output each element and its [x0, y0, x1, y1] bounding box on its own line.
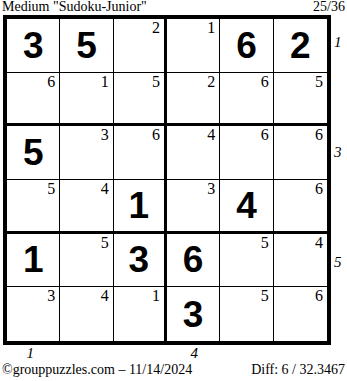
given-digit: 6 — [220, 19, 272, 72]
pencil-mark: 6 — [315, 180, 323, 198]
column-labels: 14 — [3, 345, 331, 362]
cell-r3c3[interactable]: 6 — [114, 126, 167, 180]
cell-r2c3[interactable]: 5 — [114, 73, 167, 127]
cell-r2c4[interactable]: 2 — [167, 73, 220, 127]
pencil-mark: 6 — [315, 126, 323, 144]
cell-r1c5[interactable]: 6 — [220, 19, 273, 73]
pencil-mark: 6 — [261, 73, 269, 91]
pencil-mark: 1 — [207, 19, 215, 37]
cell-r1c4[interactable]: 1 — [167, 19, 220, 73]
cell-r2c5[interactable]: 6 — [220, 73, 273, 127]
cell-r2c1[interactable]: 6 — [7, 73, 60, 127]
cell-r1c6[interactable]: 2 — [274, 19, 327, 73]
cell-r5c1[interactable]: 1 — [7, 234, 60, 288]
cell-r3c6[interactable]: 6 — [274, 126, 327, 180]
given-digit: 4 — [220, 180, 272, 231]
pencil-mark: 3 — [47, 287, 55, 305]
cell-r5c5[interactable]: 5 — [220, 234, 273, 288]
puzzle-page: Medium "Sudoku-Junior" 25/36 35216261526… — [0, 0, 347, 381]
cell-r3c5[interactable]: 6 — [220, 126, 273, 180]
cell-r5c4[interactable]: 6 — [167, 234, 220, 288]
given-digit: 1 — [114, 180, 164, 231]
cells-remaining-counter: 25/36 — [313, 0, 345, 14]
pencil-mark: 4 — [315, 234, 323, 252]
given-digit: 3 — [114, 234, 164, 287]
pencil-mark: 4 — [101, 287, 109, 305]
column-label-4: 4 — [167, 345, 222, 362]
cell-r6c2[interactable]: 4 — [60, 287, 113, 341]
cell-r6c1[interactable]: 3 — [7, 287, 60, 341]
cell-r4c3[interactable]: 1 — [114, 180, 167, 234]
cell-r4c2[interactable]: 4 — [60, 180, 113, 234]
cell-r4c1[interactable]: 5 — [7, 180, 60, 234]
pencil-mark: 5 — [261, 234, 269, 252]
pencil-mark: 1 — [152, 287, 160, 305]
cell-r1c2[interactable]: 5 — [60, 19, 113, 73]
cell-r6c6[interactable]: 6 — [274, 287, 327, 341]
cell-r4c6[interactable]: 6 — [274, 180, 327, 234]
cell-r3c2[interactable]: 3 — [60, 126, 113, 180]
cell-r1c1[interactable]: 3 — [7, 19, 60, 73]
pencil-mark: 6 — [47, 73, 55, 91]
pencil-mark: 6 — [152, 126, 160, 144]
cell-r4c4[interactable]: 3 — [167, 180, 220, 234]
pencil-mark: 6 — [315, 287, 323, 305]
cell-r3c1[interactable]: 5 — [7, 126, 60, 180]
cell-r2c2[interactable]: 1 — [60, 73, 113, 127]
row-label-1: 1 — [334, 15, 347, 70]
pencil-mark: 3 — [207, 180, 215, 198]
cell-r6c5[interactable]: 5 — [220, 287, 273, 341]
pencil-mark: 3 — [101, 126, 109, 144]
pencil-mark: 5 — [152, 73, 160, 91]
given-digit: 6 — [167, 234, 219, 287]
row-label-3: 3 — [334, 125, 347, 180]
pencil-mark: 5 — [315, 73, 323, 91]
cell-r6c3[interactable]: 1 — [114, 287, 167, 341]
copyright-date-text: ©grouppuzzles.com – 11/14/2024 — [2, 362, 192, 378]
pencil-mark: 2 — [152, 19, 160, 37]
given-digit: 2 — [274, 19, 327, 72]
cell-r1c3[interactable]: 2 — [114, 19, 167, 73]
footer: ©grouppuzzles.com – 11/14/2024 Diff: 6 /… — [2, 362, 345, 379]
given-digit: 3 — [7, 19, 59, 72]
puzzle-title: Medium "Sudoku-Junior" — [2, 0, 147, 14]
pencil-mark: 2 — [207, 73, 215, 91]
pencil-mark: 1 — [101, 73, 109, 91]
row-labels: 135 — [334, 15, 347, 345]
header: Medium "Sudoku-Junior" 25/36 — [2, 0, 345, 15]
pencil-mark: 4 — [101, 180, 109, 198]
row-label-5: 5 — [334, 235, 347, 290]
cell-r3c4[interactable]: 4 — [167, 126, 220, 180]
sudoku-board: 352162615265536466541346153654341356 — [3, 15, 331, 345]
cell-r5c2[interactable]: 5 — [60, 234, 113, 288]
pencil-mark: 6 — [261, 126, 269, 144]
pencil-mark: 5 — [261, 287, 269, 305]
given-digit: 5 — [7, 126, 59, 179]
given-digit: 5 — [60, 19, 112, 72]
pencil-mark: 4 — [207, 126, 215, 144]
given-digit: 1 — [7, 234, 59, 287]
cell-r5c3[interactable]: 3 — [114, 234, 167, 288]
pencil-mark: 5 — [101, 234, 109, 252]
given-digit: 3 — [167, 287, 219, 341]
column-label-1: 1 — [3, 345, 58, 362]
cell-r5c6[interactable]: 4 — [274, 234, 327, 288]
cell-r6c4[interactable]: 3 — [167, 287, 220, 341]
cell-r2c6[interactable]: 5 — [274, 73, 327, 127]
pencil-mark: 5 — [47, 180, 55, 198]
difficulty-text: Diff: 6 / 32.3467 — [251, 362, 345, 378]
cell-r4c5[interactable]: 4 — [220, 180, 273, 234]
